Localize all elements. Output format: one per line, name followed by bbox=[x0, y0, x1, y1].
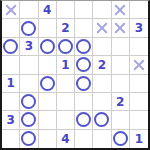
cell-r3c3[interactable]: 1 bbox=[57, 56, 75, 74]
cell-r5c5[interactable] bbox=[93, 93, 111, 111]
cell-r0c7[interactable] bbox=[130, 1, 148, 19]
cell-r4c3[interactable] bbox=[57, 75, 75, 93]
cross-icon bbox=[95, 21, 109, 35]
cell-r6c5[interactable] bbox=[93, 111, 111, 129]
cell-r7c5[interactable] bbox=[93, 130, 111, 148]
cell-r3c2[interactable] bbox=[39, 56, 57, 74]
circle-mark bbox=[21, 112, 36, 127]
cell-r6c3[interactable] bbox=[57, 111, 75, 129]
cell-r2c1[interactable]: 3 bbox=[20, 38, 38, 56]
cell-r2c2[interactable] bbox=[39, 38, 57, 56]
cell-r5c3[interactable] bbox=[57, 93, 75, 111]
cell-r7c0[interactable] bbox=[2, 130, 20, 148]
cell-r5c0[interactable] bbox=[2, 93, 20, 111]
clue-number: 2 bbox=[61, 22, 69, 34]
circle-mark bbox=[76, 39, 91, 54]
cell-r4c5[interactable] bbox=[93, 75, 111, 93]
clue-number: 3 bbox=[135, 22, 143, 34]
cell-r7c1[interactable] bbox=[20, 130, 38, 148]
circle-mark bbox=[40, 76, 55, 91]
circle-mark bbox=[21, 94, 36, 109]
cell-r3c1[interactable] bbox=[20, 56, 38, 74]
clue-number: 2 bbox=[116, 96, 124, 108]
cell-r0c3[interactable] bbox=[57, 1, 75, 19]
cell-r6c2[interactable] bbox=[39, 111, 57, 129]
cell-r1c0[interactable] bbox=[2, 19, 20, 37]
cell-r1c6[interactable] bbox=[112, 19, 130, 37]
circle-mark bbox=[113, 131, 128, 146]
cell-r1c1[interactable] bbox=[20, 19, 38, 37]
cell-r2c6[interactable] bbox=[112, 38, 130, 56]
circle-mark bbox=[76, 112, 91, 127]
cell-r5c1[interactable] bbox=[20, 93, 38, 111]
cell-r0c1[interactable] bbox=[20, 1, 38, 19]
cell-r2c4[interactable] bbox=[75, 38, 93, 56]
cell-r0c4[interactable] bbox=[75, 1, 93, 19]
cell-r1c4[interactable] bbox=[75, 19, 93, 37]
cell-r7c6[interactable] bbox=[112, 130, 130, 148]
cell-r6c1[interactable] bbox=[20, 111, 38, 129]
cell-r7c2[interactable] bbox=[39, 130, 57, 148]
cell-r1c5[interactable] bbox=[93, 19, 111, 37]
cell-r0c2[interactable]: 4 bbox=[39, 1, 57, 19]
cell-r4c4[interactable] bbox=[75, 75, 93, 93]
cross-icon bbox=[113, 21, 127, 35]
cell-r7c4[interactable] bbox=[75, 130, 93, 148]
circle-mark bbox=[58, 39, 73, 54]
cell-r4c2[interactable] bbox=[39, 75, 57, 93]
cell-r7c3[interactable]: 4 bbox=[57, 130, 75, 148]
circle-mark bbox=[76, 76, 91, 91]
clue-number: 3 bbox=[25, 40, 33, 52]
clue-number: 2 bbox=[98, 59, 106, 71]
cell-r3c6[interactable] bbox=[112, 56, 130, 74]
circle-mark bbox=[40, 39, 55, 54]
cell-r2c7[interactable] bbox=[130, 38, 148, 56]
cell-r0c5[interactable] bbox=[93, 1, 111, 19]
cell-r4c6[interactable] bbox=[112, 75, 130, 93]
clue-number: 4 bbox=[43, 4, 51, 16]
cell-r1c3[interactable]: 2 bbox=[57, 19, 75, 37]
cross-icon bbox=[4, 3, 18, 17]
circle-mark bbox=[21, 21, 36, 36]
cell-r2c0[interactable] bbox=[2, 38, 20, 56]
cell-r5c2[interactable] bbox=[39, 93, 57, 111]
clue-number: 4 bbox=[61, 133, 69, 145]
cell-r4c1[interactable] bbox=[20, 75, 38, 93]
cell-r6c4[interactable] bbox=[75, 111, 93, 129]
cell-r3c7[interactable] bbox=[130, 56, 148, 74]
clue-number: 3 bbox=[6, 114, 14, 126]
cell-r3c0[interactable] bbox=[2, 56, 20, 74]
cell-r6c6[interactable] bbox=[112, 111, 130, 129]
cell-r5c4[interactable] bbox=[75, 93, 93, 111]
circle-mark bbox=[3, 39, 18, 54]
cell-r1c7[interactable]: 3 bbox=[130, 19, 148, 37]
cell-r4c0[interactable]: 1 bbox=[2, 75, 20, 93]
cell-r2c3[interactable] bbox=[57, 38, 75, 56]
clue-number: 1 bbox=[6, 77, 14, 89]
cell-r2c5[interactable] bbox=[93, 38, 111, 56]
cell-r0c6[interactable] bbox=[112, 1, 130, 19]
circle-mark bbox=[94, 112, 109, 127]
cell-r5c6[interactable]: 2 bbox=[112, 93, 130, 111]
cell-r7c7[interactable]: 1 bbox=[130, 130, 148, 148]
circle-mark bbox=[21, 131, 36, 146]
cell-r5c7[interactable] bbox=[130, 93, 148, 111]
cell-r0c0[interactable] bbox=[2, 1, 20, 19]
clue-number: 1 bbox=[135, 133, 143, 145]
cross-icon bbox=[113, 3, 127, 17]
cell-r4c7[interactable] bbox=[130, 75, 148, 93]
cell-r6c0[interactable]: 3 bbox=[2, 111, 20, 129]
puzzle-board: 42331212341 bbox=[0, 0, 150, 150]
cell-r6c7[interactable] bbox=[130, 111, 148, 129]
cell-r3c4[interactable] bbox=[75, 56, 93, 74]
cross-icon bbox=[132, 58, 146, 72]
cell-r3c5[interactable]: 2 bbox=[93, 56, 111, 74]
circle-mark bbox=[76, 57, 91, 72]
clue-number: 1 bbox=[61, 59, 69, 71]
cell-r1c2[interactable] bbox=[39, 19, 57, 37]
